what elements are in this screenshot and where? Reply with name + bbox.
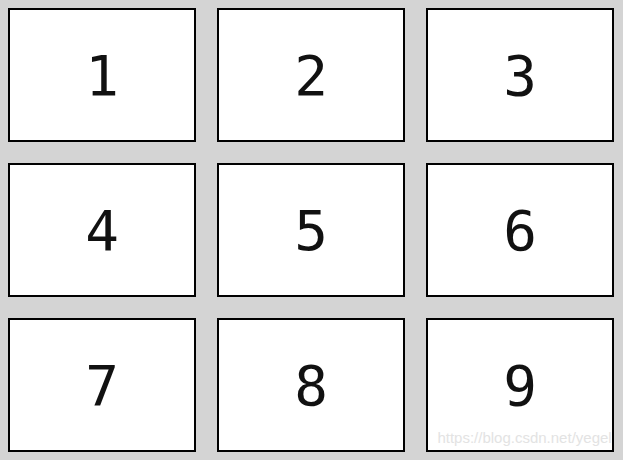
tile-3[interactable]: 3 xyxy=(426,8,614,142)
tile-number: 1 xyxy=(85,43,119,108)
tile-8[interactable]: 8 xyxy=(217,318,405,452)
tile-1[interactable]: 1 xyxy=(8,8,196,142)
tile-number: 6 xyxy=(503,198,537,263)
tile-number: 8 xyxy=(294,353,328,418)
tile-4[interactable]: 4 xyxy=(8,163,196,297)
tile-2[interactable]: 2 xyxy=(217,8,405,142)
tile-6[interactable]: 6 xyxy=(426,163,614,297)
tile-number: 5 xyxy=(294,198,328,263)
puzzle-board: 1 2 3 4 5 6 7 8 9 https://blog.csdn.net/… xyxy=(0,0,623,460)
tile-number: 7 xyxy=(85,353,119,418)
tile-9[interactable]: 9 https://blog.csdn.net/yegeli xyxy=(426,318,614,452)
watermark: https://blog.csdn.net/yegeli xyxy=(437,429,614,446)
tile-number: 4 xyxy=(85,198,119,263)
tile-number: 9 xyxy=(503,353,537,418)
tile-number: 3 xyxy=(503,43,537,108)
tile-5[interactable]: 5 xyxy=(217,163,405,297)
tile-7[interactable]: 7 xyxy=(8,318,196,452)
tile-number: 2 xyxy=(294,43,328,108)
